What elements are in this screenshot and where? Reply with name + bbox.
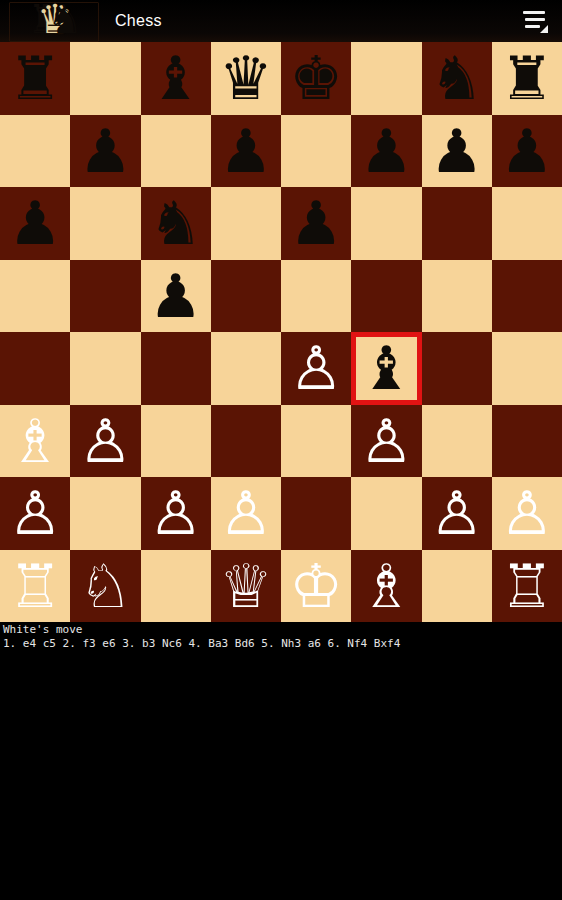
- white-pawn: ♙: [149, 477, 203, 549]
- white-pawn: ♙: [8, 477, 62, 549]
- menu-line-3: [525, 25, 540, 28]
- square-a4[interactable]: [0, 332, 70, 405]
- status-area: White's move 1. e4 c5 2. f3 e6 3. b3 Nc6…: [3, 623, 559, 651]
- square-e7[interactable]: [281, 115, 351, 188]
- square-b2[interactable]: [70, 477, 140, 550]
- square-h5[interactable]: [492, 260, 562, 333]
- black-rook: ♜: [8, 42, 62, 114]
- square-e2[interactable]: [281, 477, 351, 550]
- square-h1[interactable]: ♖: [492, 550, 562, 623]
- white-knight: ♘: [78, 550, 132, 622]
- black-knight: ♞: [149, 187, 203, 259]
- square-c8[interactable]: ♝: [141, 42, 211, 115]
- square-g6[interactable]: [422, 187, 492, 260]
- white-bishop: ♗: [359, 550, 413, 622]
- white-rook: ♖: [8, 550, 62, 622]
- white-pawn: ♙: [289, 332, 343, 404]
- square-b6[interactable]: [70, 187, 140, 260]
- black-queen: ♛: [219, 42, 273, 114]
- white-king: ♔: [289, 550, 343, 622]
- square-f2[interactable]: [351, 477, 421, 550]
- square-d4[interactable]: [211, 332, 281, 405]
- menu-line-1: [523, 11, 545, 14]
- white-pawn: ♙: [430, 477, 484, 549]
- square-d5[interactable]: [211, 260, 281, 333]
- square-a7[interactable]: [0, 115, 70, 188]
- square-f6[interactable]: [351, 187, 421, 260]
- app-title: Chess: [115, 12, 162, 30]
- square-g5[interactable]: [422, 260, 492, 333]
- square-h2[interactable]: ♙: [492, 477, 562, 550]
- square-e5[interactable]: [281, 260, 351, 333]
- black-pawn: ♟: [359, 115, 413, 187]
- square-c1[interactable]: [141, 550, 211, 623]
- app-logo-piece-glyph: ♞: [47, 2, 69, 41]
- square-g8[interactable]: ♞: [422, 42, 492, 115]
- square-c3[interactable]: [141, 405, 211, 478]
- menu-corner-triangle: [540, 25, 548, 33]
- square-g7[interactable]: ♟: [422, 115, 492, 188]
- square-d2[interactable]: ♙: [211, 477, 281, 550]
- black-bishop: ♝: [149, 42, 203, 114]
- black-king: ♚: [289, 42, 343, 114]
- square-f7[interactable]: ♟: [351, 115, 421, 188]
- square-b4[interactable]: [70, 332, 140, 405]
- square-b1[interactable]: ♘: [70, 550, 140, 623]
- square-g1[interactable]: [422, 550, 492, 623]
- square-h4[interactable]: [492, 332, 562, 405]
- action-bar: ♜♛♞ Chess: [0, 0, 562, 42]
- app-logo-icon: ♜♛♞: [9, 2, 99, 42]
- menu-icon[interactable]: [522, 11, 548, 32]
- white-rook: ♖: [500, 550, 554, 622]
- square-d8[interactable]: ♛: [211, 42, 281, 115]
- square-g4[interactable]: [422, 332, 492, 405]
- square-a3[interactable]: ♗: [0, 405, 70, 478]
- square-f8[interactable]: [351, 42, 421, 115]
- square-f5[interactable]: [351, 260, 421, 333]
- square-b7[interactable]: ♟: [70, 115, 140, 188]
- white-queen: ♕: [219, 550, 273, 622]
- app-window: ♜♛♞ Chess ♜♝♛♚♞♜♟♟♟♟♟♟♞♟♟♙♝♗♙♙♙♙♙♙♙♖♘♕♔♗…: [0, 0, 562, 900]
- square-c5[interactable]: ♟: [141, 260, 211, 333]
- square-a1[interactable]: ♖: [0, 550, 70, 623]
- white-pawn: ♙: [500, 477, 554, 549]
- square-c6[interactable]: ♞: [141, 187, 211, 260]
- square-d3[interactable]: [211, 405, 281, 478]
- black-pawn: ♟: [78, 115, 132, 187]
- square-e6[interactable]: ♟: [281, 187, 351, 260]
- black-bishop: ♝: [359, 332, 413, 404]
- square-d1[interactable]: ♕: [211, 550, 281, 623]
- square-f3[interactable]: ♙: [351, 405, 421, 478]
- square-a2[interactable]: ♙: [0, 477, 70, 550]
- menu-line-2: [525, 18, 545, 21]
- black-pawn: ♟: [8, 187, 62, 259]
- black-pawn: ♟: [149, 260, 203, 332]
- black-pawn: ♟: [500, 115, 554, 187]
- square-f1[interactable]: ♗: [351, 550, 421, 623]
- white-pawn: ♙: [359, 405, 413, 477]
- square-d6[interactable]: [211, 187, 281, 260]
- square-e1[interactable]: ♔: [281, 550, 351, 623]
- square-e4[interactable]: ♙: [281, 332, 351, 405]
- white-bishop: ♗: [8, 405, 62, 477]
- square-h3[interactable]: [492, 405, 562, 478]
- square-d7[interactable]: ♟: [211, 115, 281, 188]
- square-a6[interactable]: ♟: [0, 187, 70, 260]
- black-pawn: ♟: [219, 115, 273, 187]
- square-b5[interactable]: [70, 260, 140, 333]
- turn-indicator: White's move: [3, 623, 559, 637]
- square-g3[interactable]: [422, 405, 492, 478]
- square-b8[interactable]: [70, 42, 140, 115]
- square-e3[interactable]: [281, 405, 351, 478]
- square-g2[interactable]: ♙: [422, 477, 492, 550]
- square-c4[interactable]: [141, 332, 211, 405]
- square-b3[interactable]: ♙: [70, 405, 140, 478]
- square-h7[interactable]: ♟: [492, 115, 562, 188]
- black-rook: ♜: [500, 42, 554, 114]
- square-c2[interactable]: ♙: [141, 477, 211, 550]
- square-a5[interactable]: [0, 260, 70, 333]
- square-e8[interactable]: ♚: [281, 42, 351, 115]
- square-h6[interactable]: [492, 187, 562, 260]
- chess-board: ♜♝♛♚♞♜♟♟♟♟♟♟♞♟♟♙♝♗♙♙♙♙♙♙♙♖♘♕♔♗♖: [0, 42, 562, 622]
- white-pawn: ♙: [219, 477, 273, 549]
- white-pawn: ♙: [78, 405, 132, 477]
- square-h8[interactable]: ♜: [492, 42, 562, 115]
- black-pawn: ♟: [289, 187, 343, 259]
- black-pawn: ♟: [430, 115, 484, 187]
- square-a8[interactable]: ♜: [0, 42, 70, 115]
- move-list: 1. e4 c5 2. f3 e6 3. b3 Nc6 4. Ba3 Bd6 5…: [3, 637, 559, 651]
- square-f4[interactable]: ♝: [351, 332, 421, 405]
- square-c7[interactable]: [141, 115, 211, 188]
- black-knight: ♞: [430, 42, 484, 114]
